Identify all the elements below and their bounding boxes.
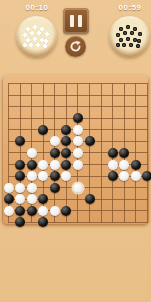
stone-white (4, 183, 14, 193)
stone-black (73, 113, 83, 123)
stone-black (119, 148, 129, 158)
gomoku-app: 00:10 00:59 (0, 0, 151, 302)
stone-white (73, 148, 83, 158)
stone-white (73, 183, 83, 193)
stone-black (15, 136, 25, 146)
stone-black (142, 171, 151, 181)
stone-white (73, 160, 83, 170)
stone-black (85, 136, 95, 146)
stone-black (15, 171, 25, 181)
stone-black (108, 171, 118, 181)
stone-white (38, 171, 48, 181)
stone-white (119, 160, 129, 170)
stone-black (85, 194, 95, 204)
stone-white (131, 171, 141, 181)
stone-black (61, 125, 71, 135)
black-stone-bowl (109, 16, 150, 57)
pause-icon (70, 15, 74, 27)
goban-board[interactable] (2, 75, 149, 225)
stone-white (27, 194, 37, 204)
stone-black (15, 206, 25, 216)
stone-white (27, 148, 37, 158)
stone-white (73, 136, 83, 146)
stone-black (61, 160, 71, 170)
stone-white (27, 183, 37, 193)
restart-icon (69, 40, 82, 53)
stone-white (50, 136, 60, 146)
stone-white (38, 160, 48, 170)
stone-black (38, 194, 48, 204)
board-grid (8, 83, 148, 223)
stone-black (38, 217, 48, 227)
stone-black (27, 160, 37, 170)
stone-white (15, 194, 25, 204)
stone-white (119, 171, 129, 181)
stone-white (38, 206, 48, 216)
stone-white (61, 171, 71, 181)
stone-black (50, 148, 60, 158)
stone-black (15, 217, 25, 227)
stone-black (61, 136, 71, 146)
pause-button[interactable] (63, 8, 89, 34)
stone-white (50, 160, 60, 170)
stone-white (15, 183, 25, 193)
stone-white (108, 160, 118, 170)
restart-button[interactable] (65, 36, 86, 57)
stone-black (108, 148, 118, 158)
stone-black (4, 194, 14, 204)
white-stone-bowl (16, 16, 57, 57)
stone-black (61, 148, 71, 158)
stone-black (27, 206, 37, 216)
stone-white (50, 206, 60, 216)
black-timer: 00:59 (110, 3, 150, 12)
stone-black (131, 160, 141, 170)
stone-white (73, 125, 83, 135)
white-timer: 00:10 (17, 3, 57, 12)
stone-black (15, 160, 25, 170)
stone-black (61, 206, 71, 216)
stone-black (38, 125, 48, 135)
stone-black (50, 171, 60, 181)
stone-white (27, 171, 37, 181)
stone-white (4, 206, 14, 216)
stone-black (50, 183, 60, 193)
